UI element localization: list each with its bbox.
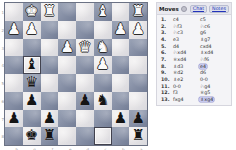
white-move-13[interactable]: fxg4 bbox=[172, 97, 185, 102]
square-d7[interactable] bbox=[76, 110, 94, 128]
white-move-2[interactable]: ♘f3 bbox=[172, 24, 183, 29]
square-g2[interactable]: ♟ bbox=[23, 21, 41, 39]
move-row-11: 11.0-0♘g4 bbox=[157, 83, 231, 90]
white-pawn-c4[interactable]: ♟ bbox=[96, 56, 109, 74]
square-e2[interactable] bbox=[58, 21, 76, 39]
white-move-4[interactable]: e3 bbox=[172, 37, 180, 42]
square-c6[interactable]: ♞ bbox=[94, 92, 112, 110]
square-b7[interactable]: ♟ bbox=[112, 110, 130, 128]
white-move-5[interactable]: d4 bbox=[172, 44, 180, 49]
square-h6[interactable] bbox=[5, 92, 23, 110]
square-g6[interactable]: ♟ bbox=[23, 92, 41, 110]
file-label: d bbox=[79, 147, 97, 150]
square-a7[interactable]: ♟ bbox=[129, 110, 147, 128]
black-knight-c6[interactable]: ♞ bbox=[96, 92, 109, 110]
black-move-7[interactable]: ♘f6 bbox=[199, 57, 210, 62]
file-label: a bbox=[132, 147, 150, 150]
black-pawn-h7[interactable]: ♟ bbox=[7, 110, 20, 128]
square-e5[interactable] bbox=[58, 74, 76, 92]
white-move-7[interactable]: ♕xd4 bbox=[172, 57, 187, 62]
black-pawn-f7[interactable]: ♟ bbox=[43, 110, 56, 128]
square-a8[interactable]: ♜ bbox=[129, 127, 147, 145]
tab-chat[interactable]: Chat bbox=[190, 5, 207, 13]
square-h3[interactable] bbox=[5, 39, 23, 57]
square-b8[interactable] bbox=[112, 127, 130, 145]
file-label: b bbox=[115, 147, 133, 150]
chess-board[interactable]: ♚♜♝♜♟♟♟♟♟♛♞♝♟♛♟♟♞♟♟♟♟♚♜♜ bbox=[4, 2, 148, 146]
move-number: 11. bbox=[161, 84, 172, 89]
square-e1[interactable] bbox=[58, 3, 76, 21]
panel-menu-icon[interactable] bbox=[181, 6, 187, 12]
rank-label: 3 bbox=[0, 40, 4, 58]
square-g3[interactable] bbox=[23, 39, 41, 57]
move-number: 9. bbox=[161, 70, 172, 75]
white-rook-f1[interactable]: ♜ bbox=[43, 3, 56, 21]
white-pawn-e3[interactable]: ♟ bbox=[60, 39, 73, 57]
white-move-6[interactable]: ♘xd4 bbox=[172, 50, 187, 55]
move-row-4: 4.e3♗g7 bbox=[157, 36, 231, 43]
move-number: 1. bbox=[161, 17, 172, 22]
white-pawn-a2[interactable]: ♟ bbox=[131, 21, 144, 39]
move-number: 10. bbox=[161, 77, 172, 82]
black-move-11[interactable]: ♘g4 bbox=[199, 84, 211, 89]
move-row-12: 12.f3♕g5 bbox=[157, 90, 231, 97]
file-label: c bbox=[97, 147, 115, 150]
black-move-13[interactable]: ♗xg4 bbox=[199, 97, 214, 102]
file-label: e bbox=[61, 147, 79, 150]
move-row-13: 13.fxg4♗xg4 bbox=[157, 96, 231, 103]
square-f2[interactable] bbox=[41, 21, 59, 39]
square-f4[interactable] bbox=[41, 56, 59, 74]
square-h5[interactable] bbox=[5, 74, 23, 92]
square-f6[interactable] bbox=[41, 92, 59, 110]
square-g1[interactable]: ♚ bbox=[23, 3, 41, 21]
square-c3[interactable]: ♞ bbox=[94, 39, 112, 57]
square-a2[interactable]: ♟ bbox=[129, 21, 147, 39]
black-move-10[interactable]: 0-0 bbox=[199, 77, 209, 82]
square-e8[interactable] bbox=[58, 127, 76, 145]
square-f3[interactable] bbox=[41, 39, 59, 57]
rank-label: 6 bbox=[0, 93, 4, 111]
square-a1[interactable]: ♜ bbox=[129, 3, 147, 21]
black-move-9[interactable]: d6 bbox=[199, 70, 207, 75]
square-d8[interactable] bbox=[76, 127, 94, 145]
moves-panel-title: Moves bbox=[159, 6, 179, 12]
square-d2[interactable] bbox=[76, 21, 94, 39]
white-knight-c3[interactable]: ♞ bbox=[96, 39, 109, 57]
square-f1[interactable]: ♜ bbox=[41, 3, 59, 21]
square-e3[interactable]: ♟ bbox=[58, 39, 76, 57]
black-move-6[interactable]: ♗xd4 bbox=[199, 50, 214, 55]
white-bishop-c1[interactable]: ♝ bbox=[96, 3, 109, 21]
square-g7[interactable] bbox=[23, 110, 41, 128]
square-d3[interactable]: ♛ bbox=[76, 39, 94, 57]
square-b1[interactable] bbox=[112, 3, 130, 21]
black-move-4[interactable]: ♗g7 bbox=[199, 37, 211, 42]
black-move-1[interactable]: c5 bbox=[199, 17, 207, 22]
rank-label: 4 bbox=[0, 57, 4, 75]
move-row-7: 7.♕xd4♘f6 bbox=[157, 56, 231, 63]
rank-label: 1 bbox=[0, 4, 4, 22]
white-rook-a1[interactable]: ♜ bbox=[131, 3, 144, 21]
move-number: 4. bbox=[161, 37, 172, 42]
file-label: g bbox=[26, 147, 44, 150]
square-b2[interactable]: ♟ bbox=[112, 21, 130, 39]
square-h4[interactable] bbox=[5, 56, 23, 74]
file-labels: hgfedcba bbox=[8, 147, 150, 150]
black-rook-a8[interactable]: ♜ bbox=[131, 127, 144, 145]
white-queen-d3[interactable]: ♛ bbox=[78, 39, 91, 57]
square-f7[interactable]: ♟ bbox=[41, 110, 59, 128]
square-h1[interactable] bbox=[5, 3, 23, 21]
rank-label: 2 bbox=[0, 22, 4, 40]
white-move-12[interactable]: f3 bbox=[172, 90, 179, 95]
move-number: 8. bbox=[161, 64, 172, 69]
square-e4[interactable] bbox=[58, 56, 76, 74]
black-pawn-a7[interactable]: ♟ bbox=[131, 110, 144, 128]
white-move-1[interactable]: c4 bbox=[172, 17, 180, 22]
square-c2[interactable] bbox=[94, 21, 112, 39]
black-move-8[interactable]: e4 bbox=[199, 64, 207, 69]
square-b3[interactable] bbox=[112, 39, 130, 57]
square-h8[interactable] bbox=[5, 127, 23, 145]
black-pawn-g6[interactable]: ♟ bbox=[25, 92, 38, 110]
square-g4[interactable]: ♝ bbox=[23, 56, 41, 74]
white-move-3[interactable]: ♘c3 bbox=[172, 30, 184, 35]
white-king-g1[interactable]: ♚ bbox=[25, 3, 38, 21]
square-a5[interactable] bbox=[129, 74, 147, 92]
square-b6[interactable] bbox=[112, 92, 130, 110]
move-number: 5. bbox=[161, 44, 172, 49]
black-queen-g5[interactable]: ♛ bbox=[25, 74, 38, 92]
move-number: 6. bbox=[161, 50, 172, 55]
square-a6[interactable] bbox=[129, 92, 147, 110]
square-e6[interactable] bbox=[58, 92, 76, 110]
rank-label: 7 bbox=[0, 111, 4, 129]
square-a3[interactable] bbox=[129, 39, 147, 57]
square-g8[interactable]: ♚ bbox=[23, 127, 41, 145]
square-c5[interactable] bbox=[94, 74, 112, 92]
white-move-11[interactable]: 0-0 bbox=[172, 84, 182, 89]
square-f8[interactable]: ♜ bbox=[41, 127, 59, 145]
square-e7[interactable] bbox=[58, 110, 76, 128]
square-h2[interactable]: ♟ bbox=[5, 21, 23, 39]
black-pawn-b7[interactable]: ♟ bbox=[114, 110, 127, 128]
move-row-3: 3.♘c3g6 bbox=[157, 29, 231, 36]
square-b4[interactable] bbox=[112, 56, 130, 74]
black-bishop-g4[interactable]: ♝ bbox=[25, 56, 38, 74]
move-number: 12. bbox=[161, 90, 172, 95]
black-rook-f8[interactable]: ♜ bbox=[43, 127, 56, 145]
move-number: 7. bbox=[161, 57, 172, 62]
file-label: h bbox=[8, 147, 26, 150]
square-d4[interactable] bbox=[76, 56, 94, 74]
white-pawn-h2[interactable]: ♟ bbox=[7, 21, 20, 39]
move-row-10: 10.♗e20-0 bbox=[157, 76, 231, 83]
square-d6[interactable]: ♟ bbox=[76, 92, 94, 110]
rank-label: 8 bbox=[0, 128, 4, 146]
white-move-10[interactable]: ♗e2 bbox=[172, 77, 184, 82]
square-b5[interactable] bbox=[112, 74, 130, 92]
moves-panel-header: Moves Chat Notes bbox=[157, 3, 231, 15]
move-row-1: 1.c4c5 bbox=[157, 16, 231, 23]
square-c1[interactable]: ♝ bbox=[94, 3, 112, 21]
square-c8[interactable] bbox=[94, 127, 112, 145]
move-row-9: 9.♕d2d6 bbox=[157, 70, 231, 77]
square-c4[interactable]: ♟ bbox=[94, 56, 112, 74]
square-h7[interactable]: ♟ bbox=[5, 110, 23, 128]
rank-labels: 12345678 bbox=[0, 4, 4, 146]
tab-notes[interactable]: Notes bbox=[209, 5, 229, 13]
black-move-2[interactable]: ♘c6 bbox=[199, 24, 211, 29]
file-label: f bbox=[44, 147, 62, 150]
move-list: 1.c4c52.♘f3♘c63.♘c3g64.e3♗g75.d4cxd46.♘x… bbox=[157, 15, 231, 105]
black-move-12[interactable]: ♕g5 bbox=[199, 90, 211, 95]
black-move-3[interactable]: g6 bbox=[199, 30, 207, 35]
square-d5[interactable] bbox=[76, 74, 94, 92]
white-move-9[interactable]: ♕d2 bbox=[172, 70, 184, 75]
square-f5[interactable] bbox=[41, 74, 59, 92]
white-pawn-b2[interactable]: ♟ bbox=[114, 21, 127, 39]
move-number: 13. bbox=[161, 97, 172, 102]
move-row-8: 8.♗d3e4 bbox=[157, 63, 231, 70]
black-pawn-d6[interactable]: ♟ bbox=[78, 92, 91, 110]
black-move-5[interactable]: cxd4 bbox=[199, 44, 213, 49]
move-row-6: 6.♘xd4♗xd4 bbox=[157, 49, 231, 56]
move-number: 3. bbox=[161, 30, 172, 35]
white-pawn-g2[interactable]: ♟ bbox=[25, 21, 38, 39]
square-g5[interactable]: ♛ bbox=[23, 74, 41, 92]
rank-label: 5 bbox=[0, 75, 4, 93]
move-number: 2. bbox=[161, 24, 172, 29]
chess-board-container: 12345678 ♚♜♝♜♟♟♟♟♟♛♞♝♟♛♟♟♞♟♟♟♟♚♜♜ hgfedc… bbox=[4, 2, 148, 146]
black-king-g8[interactable]: ♚ bbox=[25, 127, 38, 145]
square-c7[interactable] bbox=[94, 110, 112, 128]
square-a4[interactable] bbox=[129, 56, 147, 74]
square-d1[interactable] bbox=[76, 3, 94, 21]
move-row-5: 5.d4cxd4 bbox=[157, 43, 231, 50]
move-row-2: 2.♘f3♘c6 bbox=[157, 23, 231, 30]
white-move-8[interactable]: ♗d3 bbox=[172, 64, 184, 69]
moves-panel: Moves Chat Notes 1.c4c52.♘f3♘c63.♘c3g64.… bbox=[156, 2, 232, 106]
